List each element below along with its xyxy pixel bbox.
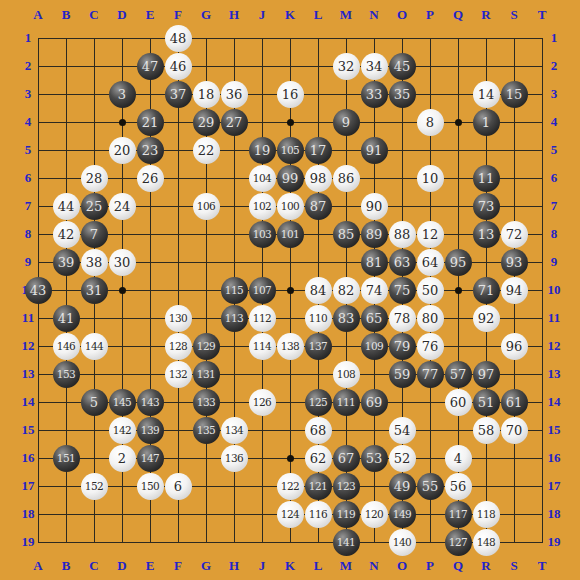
col-label-bottom: P [416,558,444,574]
row-label-right: 11 [542,310,566,326]
move-number: 41 [58,311,75,326]
black-stone-E4[interactable]: 21 [137,109,164,136]
move-number: 64 [422,255,439,270]
black-stone-O18[interactable]: 149 [389,501,416,528]
col-label-bottom: G [192,558,220,574]
black-stone-A10[interactable]: 43 [25,277,52,304]
black-stone-J8[interactable]: 103 [249,221,276,248]
move-number: 13 [478,227,495,242]
white-stone-R18[interactable]: 118 [473,501,500,528]
black-stone-K6[interactable]: 99 [277,165,304,192]
white-stone-M10[interactable]: 82 [333,277,360,304]
white-stone-D7[interactable]: 24 [109,193,136,220]
black-stone-R14[interactable]: 51 [473,389,500,416]
white-stone-J14[interactable]: 126 [249,389,276,416]
move-number: 115 [225,284,244,296]
row-label-right: 15 [542,422,566,438]
black-stone-O2[interactable]: 45 [389,53,416,80]
black-stone-H4[interactable]: 27 [221,109,248,136]
black-stone-R13[interactable]: 97 [473,361,500,388]
row-label-left: 1 [16,30,40,46]
move-number: 150 [141,480,160,492]
move-number: 17 [310,143,327,158]
white-stone-N7[interactable]: 90 [361,193,388,220]
white-stone-O8[interactable]: 88 [389,221,416,248]
black-stone-C8[interactable]: 7 [81,221,108,248]
black-stone-G14[interactable]: 133 [193,389,220,416]
move-number: 141 [337,536,356,548]
white-stone-P11[interactable]: 80 [417,305,444,332]
white-stone-H16[interactable]: 136 [221,445,248,472]
white-stone-P12[interactable]: 76 [417,333,444,360]
move-number: 101 [281,228,300,240]
white-stone-N18[interactable]: 120 [361,501,388,528]
white-stone-E17[interactable]: 150 [137,473,164,500]
row-label-left: 17 [16,478,40,494]
black-stone-B9[interactable]: 39 [53,249,80,276]
col-label-top: H [220,7,248,23]
move-number: 44 [58,199,75,214]
col-label-bottom: S [500,558,528,574]
move-number: 4 [454,451,462,466]
black-stone-J5[interactable]: 19 [249,137,276,164]
row-label-right: 9 [542,254,566,270]
black-stone-H10[interactable]: 115 [221,277,248,304]
white-stone-H15[interactable]: 134 [221,417,248,444]
col-label-bottom: R [472,558,500,574]
white-stone-G3[interactable]: 18 [193,81,220,108]
black-stone-R7[interactable]: 73 [473,193,500,220]
move-number: 52 [394,451,411,466]
move-number: 127 [449,536,468,548]
row-label-right: 4 [542,114,566,130]
move-number: 142 [113,424,132,436]
white-stone-L18[interactable]: 116 [305,501,332,528]
move-number: 134 [225,424,244,436]
move-number: 153 [57,368,76,380]
black-stone-M14[interactable]: 111 [333,389,360,416]
white-stone-K3[interactable]: 16 [277,81,304,108]
move-number: 86 [338,171,355,186]
move-number: 42 [58,227,75,242]
white-stone-F13[interactable]: 132 [165,361,192,388]
white-stone-R15[interactable]: 58 [473,417,500,444]
black-stone-M18[interactable]: 119 [333,501,360,528]
move-number: 50 [422,283,439,298]
move-number: 75 [394,283,411,298]
col-label-bottom: N [360,558,388,574]
white-stone-M6[interactable]: 86 [333,165,360,192]
white-stone-Q14[interactable]: 60 [445,389,472,416]
move-number: 131 [197,368,216,380]
move-number: 96 [506,339,523,354]
white-stone-F11[interactable]: 130 [165,305,192,332]
black-stone-R8[interactable]: 13 [473,221,500,248]
move-number: 51 [478,395,495,410]
move-number: 82 [338,283,355,298]
move-number: 22 [198,143,215,158]
row-label-left: 3 [16,86,40,102]
black-stone-O13[interactable]: 59 [389,361,416,388]
black-stone-O10[interactable]: 75 [389,277,416,304]
move-number: 151 [57,452,76,464]
row-label-right: 6 [542,170,566,186]
row-label-right: 2 [542,58,566,74]
black-stone-R10[interactable]: 71 [473,277,500,304]
move-number: 36 [226,87,243,102]
black-stone-O17[interactable]: 49 [389,473,416,500]
move-number: 108 [337,368,356,380]
black-stone-G15[interactable]: 135 [193,417,220,444]
black-stone-M8[interactable]: 85 [333,221,360,248]
go-board[interactable]: AABBCCDDEEFFGGHHJJKKLLMMNNOOPPQQRRSSTT11… [0,0,580,580]
black-stone-E14[interactable]: 143 [137,389,164,416]
row-label-left: 14 [16,394,40,410]
white-stone-B8[interactable]: 42 [53,221,80,248]
white-stone-J11[interactable]: 112 [249,305,276,332]
move-number: 28 [86,171,103,186]
move-number: 70 [506,423,523,438]
white-stone-F17[interactable]: 6 [165,473,192,500]
white-stone-M13[interactable]: 108 [333,361,360,388]
row-label-left: 12 [16,338,40,354]
white-stone-L16[interactable]: 62 [305,445,332,472]
black-stone-S9[interactable]: 93 [501,249,528,276]
col-label-top: O [388,7,416,23]
black-stone-G12[interactable]: 129 [193,333,220,360]
white-stone-L11[interactable]: 110 [305,305,332,332]
black-stone-C10[interactable]: 31 [81,277,108,304]
black-stone-R4[interactable]: 1 [473,109,500,136]
move-number: 29 [198,115,215,130]
black-stone-P17[interactable]: 55 [417,473,444,500]
white-stone-L6[interactable]: 98 [305,165,332,192]
white-stone-D15[interactable]: 142 [109,417,136,444]
col-label-top: T [528,7,556,23]
row-label-left: 13 [16,366,40,382]
star-point [119,287,126,294]
white-stone-D9[interactable]: 30 [109,249,136,276]
black-stone-B11[interactable]: 41 [53,305,80,332]
white-stone-D16[interactable]: 2 [109,445,136,472]
move-number: 77 [422,367,439,382]
move-number: 33 [366,87,383,102]
move-number: 27 [226,115,243,130]
black-stone-F3[interactable]: 37 [165,81,192,108]
black-stone-E16[interactable]: 147 [137,445,164,472]
move-number: 126 [253,396,272,408]
move-number: 68 [310,423,327,438]
move-number: 24 [114,199,131,214]
col-label-top: N [360,7,388,23]
black-stone-L7[interactable]: 87 [305,193,332,220]
white-stone-P8[interactable]: 12 [417,221,444,248]
move-number: 54 [394,423,411,438]
black-stone-G13[interactable]: 131 [193,361,220,388]
black-stone-L17[interactable]: 121 [305,473,332,500]
col-label-bottom: J [248,558,276,574]
row-label-right: 10 [542,282,566,298]
move-number: 110 [309,312,328,324]
col-label-bottom: C [80,558,108,574]
move-number: 37 [170,87,187,102]
move-number: 123 [337,480,356,492]
move-number: 12 [422,227,439,242]
black-stone-L14[interactable]: 125 [305,389,332,416]
black-stone-N12[interactable]: 109 [361,333,388,360]
move-number: 21 [142,115,159,130]
move-number: 60 [450,395,467,410]
white-stone-H3[interactable]: 36 [221,81,248,108]
star-point [287,455,294,462]
black-stone-Q18[interactable]: 117 [445,501,472,528]
move-number: 132 [169,368,188,380]
white-stone-P4[interactable]: 8 [417,109,444,136]
black-stone-Q19[interactable]: 127 [445,529,472,556]
move-number: 114 [253,340,272,352]
row-label-left: 4 [16,114,40,130]
col-label-bottom: L [304,558,332,574]
move-number: 102 [253,200,272,212]
move-number: 26 [142,171,159,186]
black-stone-M4[interactable]: 9 [333,109,360,136]
move-number: 119 [337,508,356,520]
white-stone-R3[interactable]: 14 [473,81,500,108]
black-stone-M19[interactable]: 141 [333,529,360,556]
white-stone-P10[interactable]: 50 [417,277,444,304]
black-stone-C14[interactable]: 5 [81,389,108,416]
star-point [287,119,294,126]
black-stone-K5[interactable]: 105 [277,137,304,164]
row-label-left: 15 [16,422,40,438]
move-number: 45 [394,59,411,74]
black-stone-N16[interactable]: 53 [361,445,388,472]
move-number: 92 [478,311,495,326]
black-stone-O3[interactable]: 35 [389,81,416,108]
move-number: 97 [478,367,495,382]
white-stone-P9[interactable]: 64 [417,249,444,276]
white-stone-R11[interactable]: 92 [473,305,500,332]
move-number: 20 [114,143,131,158]
row-label-right: 17 [542,478,566,494]
move-number: 148 [477,536,496,548]
white-stone-D5[interactable]: 20 [109,137,136,164]
white-stone-Q17[interactable]: 56 [445,473,472,500]
white-stone-F2[interactable]: 46 [165,53,192,80]
black-stone-N5[interactable]: 91 [361,137,388,164]
move-number: 69 [366,395,383,410]
white-stone-O19[interactable]: 140 [389,529,416,556]
row-label-right: 12 [542,338,566,354]
white-stone-B12[interactable]: 146 [53,333,80,360]
move-number: 137 [309,340,328,352]
move-number: 63 [394,255,411,270]
white-stone-J7[interactable]: 102 [249,193,276,220]
black-stone-N3[interactable]: 33 [361,81,388,108]
black-stone-K8[interactable]: 101 [277,221,304,248]
white-stone-G7[interactable]: 106 [193,193,220,220]
black-stone-P13[interactable]: 77 [417,361,444,388]
black-stone-D14[interactable]: 145 [109,389,136,416]
col-label-bottom: D [108,558,136,574]
white-stone-O11[interactable]: 78 [389,305,416,332]
white-stone-C9[interactable]: 38 [81,249,108,276]
move-number: 74 [366,283,383,298]
move-number: 49 [394,479,411,494]
row-label-left: 7 [16,198,40,214]
white-stone-F1[interactable]: 48 [165,25,192,52]
white-stone-J6[interactable]: 104 [249,165,276,192]
move-number: 43 [30,283,47,298]
black-stone-J10[interactable]: 107 [249,277,276,304]
move-number: 46 [170,59,187,74]
white-stone-K18[interactable]: 124 [277,501,304,528]
black-stone-D3[interactable]: 3 [109,81,136,108]
black-stone-N9[interactable]: 81 [361,249,388,276]
black-stone-B16[interactable]: 151 [53,445,80,472]
black-stone-H11[interactable]: 113 [221,305,248,332]
black-stone-N11[interactable]: 65 [361,305,388,332]
white-stone-O15[interactable]: 54 [389,417,416,444]
col-label-top: F [164,7,192,23]
move-number: 121 [309,480,328,492]
move-number: 53 [366,451,383,466]
move-number: 85 [338,227,355,242]
move-number: 81 [366,255,383,270]
move-number: 56 [450,479,467,494]
move-number: 15 [506,87,523,102]
white-stone-F12[interactable]: 128 [165,333,192,360]
move-number: 107 [253,284,272,296]
black-stone-R6[interactable]: 11 [473,165,500,192]
move-number: 93 [506,255,523,270]
move-number: 19 [254,143,271,158]
white-stone-Q16[interactable]: 4 [445,445,472,472]
move-number: 147 [141,452,160,464]
white-stone-O16[interactable]: 52 [389,445,416,472]
move-number: 62 [310,451,327,466]
black-stone-M17[interactable]: 123 [333,473,360,500]
black-stone-C7[interactable]: 25 [81,193,108,220]
white-stone-K12[interactable]: 138 [277,333,304,360]
row-label-right: 19 [542,534,566,550]
white-stone-C6[interactable]: 28 [81,165,108,192]
move-number: 98 [310,171,327,186]
move-number: 59 [394,367,411,382]
col-label-top: C [80,7,108,23]
black-stone-L12[interactable]: 137 [305,333,332,360]
white-stone-M2[interactable]: 32 [333,53,360,80]
white-stone-G5[interactable]: 22 [193,137,220,164]
black-stone-M16[interactable]: 67 [333,445,360,472]
black-stone-G4[interactable]: 29 [193,109,220,136]
move-number: 99 [282,171,299,186]
move-number: 100 [281,200,300,212]
move-number: 30 [114,255,131,270]
white-stone-R19[interactable]: 148 [473,529,500,556]
move-number: 8 [426,115,434,130]
col-label-top: A [24,7,52,23]
col-label-top: Q [444,7,472,23]
black-stone-L5[interactable]: 17 [305,137,332,164]
star-point [455,119,462,126]
white-stone-N10[interactable]: 74 [361,277,388,304]
move-number: 136 [225,452,244,464]
black-stone-E15[interactable]: 139 [137,417,164,444]
white-stone-S8[interactable]: 72 [501,221,528,248]
move-number: 78 [394,311,411,326]
move-number: 72 [506,227,523,242]
move-number: 18 [198,87,215,102]
move-number: 112 [253,312,272,324]
white-stone-S15[interactable]: 70 [501,417,528,444]
move-number: 128 [169,340,188,352]
black-stone-O9[interactable]: 63 [389,249,416,276]
white-stone-C17[interactable]: 152 [81,473,108,500]
move-number: 9 [342,115,350,130]
white-stone-K7[interactable]: 100 [277,193,304,220]
move-number: 73 [478,199,495,214]
black-stone-B13[interactable]: 153 [53,361,80,388]
white-stone-B7[interactable]: 44 [53,193,80,220]
star-point [455,287,462,294]
black-stone-E2[interactable]: 47 [137,53,164,80]
black-stone-N8[interactable]: 89 [361,221,388,248]
col-label-bottom: A [24,558,52,574]
white-stone-S10[interactable]: 94 [501,277,528,304]
col-label-top: L [304,7,332,23]
move-number: 32 [338,59,355,74]
move-number: 133 [197,396,216,408]
row-label-left: 8 [16,226,40,242]
row-label-left: 9 [16,254,40,270]
row-label-left: 16 [16,450,40,466]
black-stone-O12[interactable]: 79 [389,333,416,360]
white-stone-L10[interactable]: 84 [305,277,332,304]
move-number: 71 [478,283,495,298]
move-number: 5 [90,395,98,410]
black-stone-M11[interactable]: 83 [333,305,360,332]
move-number: 48 [170,31,187,46]
black-stone-S14[interactable]: 61 [501,389,528,416]
white-stone-L15[interactable]: 68 [305,417,332,444]
white-stone-J12[interactable]: 114 [249,333,276,360]
move-number: 65 [366,311,383,326]
row-label-right: 13 [542,366,566,382]
white-stone-E6[interactable]: 26 [137,165,164,192]
move-number: 1 [482,115,490,130]
move-number: 83 [338,311,355,326]
white-stone-K17[interactable]: 122 [277,473,304,500]
black-stone-Q13[interactable]: 57 [445,361,472,388]
black-stone-N14[interactable]: 69 [361,389,388,416]
move-number: 7 [90,227,98,242]
row-label-right: 5 [542,142,566,158]
black-stone-E5[interactable]: 23 [137,137,164,164]
black-stone-S3[interactable]: 15 [501,81,528,108]
move-number: 80 [422,311,439,326]
move-number: 149 [393,508,412,520]
white-stone-S12[interactable]: 96 [501,333,528,360]
white-stone-C12[interactable]: 144 [81,333,108,360]
move-number: 103 [253,228,272,240]
white-stone-N2[interactable]: 34 [361,53,388,80]
white-stone-P6[interactable]: 10 [417,165,444,192]
star-point [287,287,294,294]
black-stone-Q9[interactable]: 95 [445,249,472,276]
move-number: 34 [366,59,383,74]
row-label-right: 3 [542,86,566,102]
